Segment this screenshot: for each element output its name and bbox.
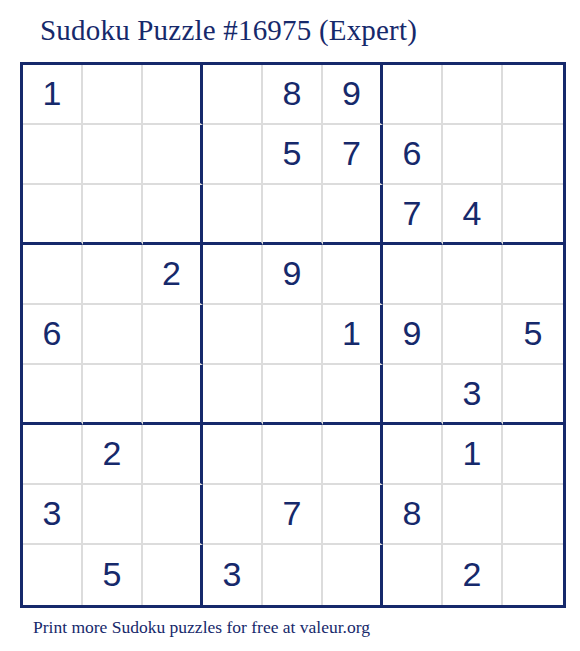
cell-r7c7 [383,425,443,485]
cell-r8c8 [443,485,503,545]
cell-r5c5 [263,305,323,365]
cell-r9c7 [383,545,443,605]
cell-r6c3 [143,365,203,425]
cell-r5c9: 5 [503,305,563,365]
cell-r3c2 [83,185,143,245]
cell-r4c3: 2 [143,245,203,305]
cell-r8c9 [503,485,563,545]
cell-r1c3 [143,65,203,125]
cell-r7c8: 1 [443,425,503,485]
cell-r5c6: 1 [323,305,383,365]
cell-r2c4 [203,125,263,185]
cell-r7c9 [503,425,563,485]
page-title: Sudoku Puzzle #16975 (Expert) [40,14,417,47]
cell-r3c8: 4 [443,185,503,245]
cell-r7c3 [143,425,203,485]
cell-r3c7: 7 [383,185,443,245]
cell-r6c4 [203,365,263,425]
cell-r7c1 [23,425,83,485]
cell-r1c5: 8 [263,65,323,125]
cell-r9c5 [263,545,323,605]
cell-r3c1 [23,185,83,245]
cell-r5c8 [443,305,503,365]
cell-r8c6 [323,485,383,545]
cell-r7c4 [203,425,263,485]
cell-r6c6 [323,365,383,425]
cell-r4c6 [323,245,383,305]
cell-r1c6: 9 [323,65,383,125]
cell-r4c1 [23,245,83,305]
cell-r5c3 [143,305,203,365]
cell-r3c6 [323,185,383,245]
cell-r1c8 [443,65,503,125]
cell-r9c4: 3 [203,545,263,605]
cell-r6c1 [23,365,83,425]
cell-r1c4 [203,65,263,125]
cell-r2c2 [83,125,143,185]
cell-r4c9 [503,245,563,305]
cell-r4c8 [443,245,503,305]
cell-r1c1: 1 [23,65,83,125]
cell-r9c8: 2 [443,545,503,605]
cell-r2c6: 7 [323,125,383,185]
cell-r5c2 [83,305,143,365]
cell-r6c8: 3 [443,365,503,425]
cell-r7c6 [323,425,383,485]
cell-r3c9 [503,185,563,245]
cell-r3c5 [263,185,323,245]
cell-r4c4 [203,245,263,305]
cell-r8c7: 8 [383,485,443,545]
cell-r6c9 [503,365,563,425]
sudoku-board: 18957674296195321378532 [20,62,566,608]
cell-r7c2: 2 [83,425,143,485]
cell-r1c2 [83,65,143,125]
cell-r2c9 [503,125,563,185]
cell-r1c9 [503,65,563,125]
cell-r6c7 [383,365,443,425]
cell-r5c4 [203,305,263,365]
cell-r2c5: 5 [263,125,323,185]
footer-text: Print more Sudoku puzzles for free at va… [33,617,370,638]
cell-r9c1 [23,545,83,605]
cell-r8c2 [83,485,143,545]
cell-r9c9 [503,545,563,605]
cell-r7c5 [263,425,323,485]
cell-r2c8 [443,125,503,185]
cell-r6c2 [83,365,143,425]
cell-r9c2: 5 [83,545,143,605]
cell-r9c3 [143,545,203,605]
cell-r6c5 [263,365,323,425]
cell-r3c3 [143,185,203,245]
cell-r3c4 [203,185,263,245]
cell-r4c2 [83,245,143,305]
cell-r5c7: 9 [383,305,443,365]
cell-r1c7 [383,65,443,125]
cell-r2c1 [23,125,83,185]
cell-r8c5: 7 [263,485,323,545]
cell-r2c7: 6 [383,125,443,185]
cell-r8c4 [203,485,263,545]
cell-r5c1: 6 [23,305,83,365]
cell-r4c5: 9 [263,245,323,305]
cell-r8c1: 3 [23,485,83,545]
cell-r8c3 [143,485,203,545]
cell-r9c6 [323,545,383,605]
cell-r2c3 [143,125,203,185]
cell-r4c7 [383,245,443,305]
